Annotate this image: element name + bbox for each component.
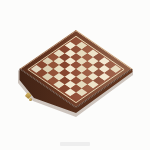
watermark xyxy=(60,142,90,146)
product-photo-scene xyxy=(0,0,150,150)
brass-clasp xyxy=(26,93,32,101)
brass-clasp-knob xyxy=(29,98,32,101)
